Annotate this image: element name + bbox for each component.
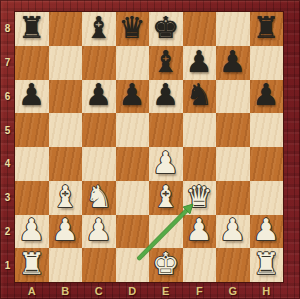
black-rook-icon[interactable]: ♜	[18, 13, 45, 43]
rank-labels: 87654321	[0, 12, 15, 282]
square-c3[interactable]: ♞	[82, 181, 116, 215]
square-e3[interactable]: ♝	[149, 181, 183, 215]
square-b1[interactable]	[49, 248, 83, 282]
file-label-f: F	[183, 282, 217, 299]
square-f7[interactable]: ♟	[183, 46, 217, 80]
square-h7[interactable]	[250, 46, 284, 80]
file-label-c: C	[82, 282, 116, 299]
square-g5[interactable]	[216, 113, 250, 147]
square-h1[interactable]: ♜	[250, 248, 284, 282]
black-bishop-icon[interactable]: ♝	[85, 13, 112, 43]
square-g8[interactable]	[216, 12, 250, 46]
black-bishop-icon[interactable]: ♝	[152, 47, 179, 77]
square-e2[interactable]	[149, 215, 183, 249]
square-d7[interactable]	[116, 46, 150, 80]
square-h4[interactable]	[250, 147, 284, 181]
square-f6[interactable]: ♞	[183, 80, 217, 114]
square-a3[interactable]	[15, 181, 49, 215]
square-b7[interactable]	[49, 46, 83, 80]
black-knight-icon[interactable]: ♞	[186, 80, 213, 110]
black-queen-icon[interactable]: ♛	[119, 13, 146, 43]
square-e7[interactable]: ♝	[149, 46, 183, 80]
square-b8[interactable]	[49, 12, 83, 46]
rank-label-3: 3	[0, 181, 15, 215]
square-f2[interactable]: ♟	[183, 215, 217, 249]
white-bishop-icon[interactable]: ♝	[152, 182, 179, 212]
file-label-b: B	[49, 282, 83, 299]
file-labels: ABCDEFGH	[15, 282, 283, 299]
white-rook-icon[interactable]: ♜	[253, 249, 280, 279]
square-d3[interactable]	[116, 181, 150, 215]
white-pawn-icon[interactable]: ♟	[253, 215, 280, 245]
white-queen-icon[interactable]: ♛	[186, 182, 213, 212]
black-rook-icon[interactable]: ♜	[253, 13, 280, 43]
black-king-icon[interactable]: ♚	[152, 13, 179, 43]
white-bishop-icon[interactable]: ♝	[52, 182, 79, 212]
chess-board[interactable]: ♜♝♛♚♜♝♟♟♟♟♟♟♞♟♟♝♞♝♛♟♟♟♟♟♟♜♚♜	[15, 12, 283, 282]
square-g6[interactable]	[216, 80, 250, 114]
square-f8[interactable]	[183, 12, 217, 46]
square-d4[interactable]	[116, 147, 150, 181]
white-rook-icon[interactable]: ♜	[18, 249, 45, 279]
file-label-h: H	[250, 282, 284, 299]
square-g3[interactable]	[216, 181, 250, 215]
square-h3[interactable]	[250, 181, 284, 215]
square-a2[interactable]: ♟	[15, 215, 49, 249]
rank-label-5: 5	[0, 113, 15, 147]
square-d8[interactable]: ♛	[116, 12, 150, 46]
square-c6[interactable]: ♟	[82, 80, 116, 114]
white-pawn-icon[interactable]: ♟	[152, 148, 179, 178]
white-knight-icon[interactable]: ♞	[85, 182, 112, 212]
square-b5[interactable]	[49, 113, 83, 147]
white-pawn-icon[interactable]: ♟	[186, 215, 213, 245]
square-c5[interactable]	[82, 113, 116, 147]
square-e5[interactable]	[149, 113, 183, 147]
black-pawn-icon[interactable]: ♟	[119, 80, 146, 110]
rank-label-4: 4	[0, 147, 15, 181]
square-d6[interactable]: ♟	[116, 80, 150, 114]
square-d5[interactable]	[116, 113, 150, 147]
square-e8[interactable]: ♚	[149, 12, 183, 46]
square-a1[interactable]: ♜	[15, 248, 49, 282]
black-pawn-icon[interactable]: ♟	[18, 80, 45, 110]
square-a8[interactable]: ♜	[15, 12, 49, 46]
white-king-icon[interactable]: ♚	[152, 249, 179, 279]
square-a5[interactable]	[15, 113, 49, 147]
rank-label-2: 2	[0, 215, 15, 249]
file-label-d: D	[116, 282, 150, 299]
square-h6[interactable]: ♟	[250, 80, 284, 114]
file-label-e: E	[149, 282, 183, 299]
white-pawn-icon[interactable]: ♟	[85, 215, 112, 245]
square-f4[interactable]	[183, 147, 217, 181]
black-pawn-icon[interactable]: ♟	[186, 47, 213, 77]
square-c4[interactable]	[82, 147, 116, 181]
black-pawn-icon[interactable]: ♟	[219, 47, 246, 77]
white-pawn-icon[interactable]: ♟	[18, 215, 45, 245]
square-h2[interactable]: ♟	[250, 215, 284, 249]
square-f3[interactable]: ♛	[183, 181, 217, 215]
white-pawn-icon[interactable]: ♟	[52, 215, 79, 245]
square-f1[interactable]	[183, 248, 217, 282]
square-e6[interactable]: ♟	[149, 80, 183, 114]
square-a7[interactable]	[15, 46, 49, 80]
square-g1[interactable]	[216, 248, 250, 282]
square-f5[interactable]	[183, 113, 217, 147]
square-c1[interactable]	[82, 248, 116, 282]
square-b4[interactable]	[49, 147, 83, 181]
square-h8[interactable]: ♜	[250, 12, 284, 46]
square-d1[interactable]	[116, 248, 150, 282]
square-d2[interactable]	[116, 215, 150, 249]
rank-label-6: 6	[0, 80, 15, 114]
square-h5[interactable]	[250, 113, 284, 147]
square-b3[interactable]: ♝	[49, 181, 83, 215]
rank-label-8: 8	[0, 12, 15, 46]
square-g4[interactable]	[216, 147, 250, 181]
rank-label-7: 7	[0, 46, 15, 80]
square-a6[interactable]: ♟	[15, 80, 49, 114]
square-b6[interactable]	[49, 80, 83, 114]
square-e1[interactable]: ♚	[149, 248, 183, 282]
black-pawn-icon[interactable]: ♟	[152, 80, 179, 110]
square-b2[interactable]: ♟	[49, 215, 83, 249]
square-e4[interactable]: ♟	[149, 147, 183, 181]
square-g7[interactable]: ♟	[216, 46, 250, 80]
square-a4[interactable]	[15, 147, 49, 181]
square-g2[interactable]: ♟	[216, 215, 250, 249]
rank-label-1: 1	[0, 248, 15, 282]
white-pawn-icon[interactable]: ♟	[219, 215, 246, 245]
file-label-g: G	[216, 282, 250, 299]
file-label-a: A	[15, 282, 49, 299]
black-pawn-icon[interactable]: ♟	[253, 80, 280, 110]
square-c7[interactable]	[82, 46, 116, 80]
chess-board-widget: 87654321 ♜♝♛♚♜♝♟♟♟♟♟♟♞♟♟♝♞♝♛♟♟♟♟♟♟♜♚♜ AB…	[0, 0, 300, 299]
square-c8[interactable]: ♝	[82, 12, 116, 46]
black-pawn-icon[interactable]: ♟	[85, 80, 112, 110]
square-c2[interactable]: ♟	[82, 215, 116, 249]
